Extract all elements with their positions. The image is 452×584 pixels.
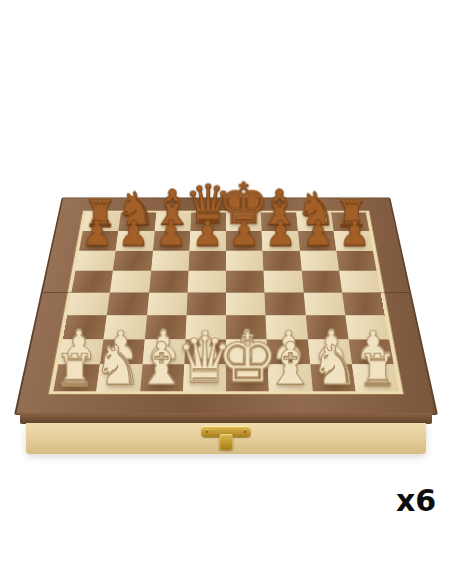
chess-board: ♜♞♝♛♚♝♞♜♟♟♟♟♟♟♟♟♟♟♟♟♟♟♟♟♜♞♝♛♚♝♞♜ bbox=[14, 198, 438, 415]
square-f1: ♝ bbox=[268, 364, 312, 391]
square-h4 bbox=[342, 292, 385, 315]
square-f6 bbox=[263, 250, 302, 270]
black-pawn: ♟ bbox=[82, 217, 113, 252]
square-b7: ♟ bbox=[116, 231, 154, 250]
square-e6 bbox=[226, 250, 264, 270]
square-a6 bbox=[75, 250, 115, 270]
black-pawn: ♟ bbox=[118, 217, 149, 252]
square-e4 bbox=[226, 292, 266, 315]
black-pawn: ♟ bbox=[229, 217, 260, 252]
square-h6 bbox=[336, 250, 376, 270]
square-d4 bbox=[186, 292, 226, 315]
box-front-panel bbox=[26, 423, 426, 454]
square-d7: ♟ bbox=[189, 231, 226, 250]
square-h5 bbox=[339, 271, 381, 293]
square-b6 bbox=[113, 250, 153, 270]
square-e1: ♚ bbox=[226, 364, 269, 391]
square-d5 bbox=[187, 271, 226, 293]
white-rook: ♜ bbox=[55, 348, 95, 393]
board-inner-border: ♜♞♝♛♚♝♞♜♟♟♟♟♟♟♟♟♟♟♟♟♟♟♟♟♜♞♝♛♚♝♞♜ bbox=[48, 210, 404, 394]
square-g5 bbox=[301, 271, 342, 293]
square-a7: ♟ bbox=[79, 231, 118, 250]
black-pawn: ♟ bbox=[155, 217, 186, 252]
board-grid: ♜♞♝♛♚♝♞♜♟♟♟♟♟♟♟♟♟♟♟♟♟♟♟♟♜♞♝♛♚♝♞♜ bbox=[53, 212, 398, 391]
square-h7: ♟ bbox=[333, 231, 372, 250]
square-b5 bbox=[110, 271, 151, 293]
square-f5 bbox=[264, 271, 304, 293]
square-g6 bbox=[299, 250, 339, 270]
square-e5 bbox=[226, 271, 265, 293]
quantity-badge: x6 bbox=[396, 483, 436, 518]
black-pawn: ♟ bbox=[302, 217, 333, 252]
black-pawn: ♟ bbox=[339, 217, 370, 252]
square-c4 bbox=[147, 292, 188, 315]
square-f7: ♟ bbox=[262, 231, 300, 250]
square-c7: ♟ bbox=[153, 231, 191, 250]
square-g1: ♞ bbox=[310, 364, 356, 391]
product-photo: ♜♞♝♛♚♝♞♜♟♟♟♟♟♟♟♟♟♟♟♟♟♟♟♟♜♞♝♛♚♝♞♜ x6 bbox=[0, 0, 452, 584]
black-pawn: ♟ bbox=[265, 217, 296, 252]
board-scene: ♜♞♝♛♚♝♞♜♟♟♟♟♟♟♟♟♟♟♟♟♟♟♟♟♜♞♝♛♚♝♞♜ bbox=[0, 0, 452, 584]
square-g4 bbox=[303, 292, 345, 315]
clasp-tongue bbox=[220, 434, 233, 450]
square-a4 bbox=[67, 292, 110, 315]
square-c6 bbox=[151, 250, 190, 270]
square-b4 bbox=[107, 292, 149, 315]
white-rook: ♜ bbox=[357, 348, 397, 393]
clasp bbox=[197, 424, 255, 452]
square-c5 bbox=[149, 271, 189, 293]
square-h1: ♜ bbox=[352, 364, 399, 391]
square-g7: ♟ bbox=[298, 231, 336, 250]
black-pawn: ♟ bbox=[192, 217, 223, 252]
square-f4 bbox=[265, 292, 306, 315]
white-knight: ♞ bbox=[310, 338, 359, 393]
square-a5 bbox=[71, 271, 113, 293]
square-d6 bbox=[188, 250, 226, 270]
square-e7: ♟ bbox=[226, 231, 263, 250]
